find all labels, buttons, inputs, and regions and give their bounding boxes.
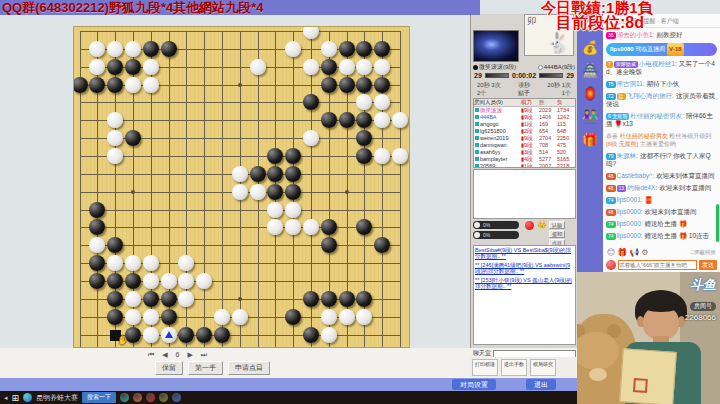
white-stone [178,291,194,307]
room-chat-box[interactable] [473,169,576,219]
black-stone [107,59,123,75]
white-stone [125,41,141,57]
black-stone [285,166,301,182]
white-stone [303,130,319,146]
chat-message: 72盐飞翔心海的旅行:这演员带着我便说 [606,92,717,108]
black-stone [356,112,372,128]
white-stone [374,94,390,110]
white-stone [374,59,390,75]
black-stone [107,309,123,325]
chat-scrollbar[interactable] [716,204,719,242]
black-stone [321,77,337,93]
black-stone [267,184,283,200]
gift-icon[interactable]: 💰 [582,41,598,55]
white-stone [125,255,141,271]
white-stone-icon [538,65,543,70]
lottery-icon[interactable] [606,260,616,270]
hoshi-point [345,190,349,194]
black-stone [250,166,266,182]
white-stone [196,273,212,289]
black-stone [89,202,105,218]
go-board[interactable]: ✋ [73,26,410,348]
rabbit-icon: 🐇 [546,31,571,55]
black-stone [125,59,141,75]
black-stone [356,130,372,146]
white-stone [178,255,194,271]
chat-message: 79朱源林:这都不行!? 你收了人家Q吗? [606,152,717,168]
black-player-avatar [473,30,519,62]
black-stone [125,273,141,289]
white-stone [232,309,248,325]
white-stone [107,148,123,164]
kifu-toolbar: 打印棋谱退出手数棋局研究 [470,357,577,378]
white-stone [285,219,301,235]
member-row[interactable]: 444BA▮9段14061242 [474,114,575,121]
white-time: 29 [566,72,574,79]
white-stone [89,237,105,253]
white-stone [143,77,159,93]
black-player-name: 微笑滚滚(9段) [479,64,516,70]
chat-message: 46llps0000:欢迎来到本直播间 [606,208,717,216]
start-button[interactable]: ⊞ [12,393,20,403]
music-toggle[interactable]: 0% [473,231,519,239]
black-stone [321,59,337,75]
black-stone [303,327,319,343]
streamer-fringe [640,298,682,312]
white-stone [107,112,123,128]
black-stone [285,184,301,200]
black-stone [161,309,177,325]
taskbar-app-icon[interactable] [120,393,129,402]
chat-input[interactable] [618,260,697,270]
chat-message: 恭喜 杜佳丽的秘密男友 粉丝等级升级到 [6级 无尾熊] 主播更爱你哟 [606,132,717,148]
room-members-table[interactable]: 房间人员(9)棋力胜负微笑滚滚▮9段20291734444BA▮9段140612… [473,98,576,168]
black-stone [89,77,105,93]
white-stone [107,130,123,146]
black-stone [89,255,105,271]
chat-message: 6 无尾熊杜佳丽的秘密男友:陪伴66主播 🌹x13 [606,112,717,128]
top-banner: QQ群(648302212)野狐九段*4其他網站九段*4 [0,0,480,15]
chat-toolbar-icon[interactable]: 🎁 [617,248,627,257]
mouse-cursor-icon: ✋ [117,335,128,345]
white-stone [143,59,159,75]
black-stone [107,237,123,253]
table-header: 胜 [539,99,557,106]
table-header: 棋力 [521,99,539,106]
black-stone [107,77,123,93]
member-row[interactable]: 20569▮1段20072218 [474,163,575,168]
taskbar-app-icon[interactable] [159,393,168,402]
taskbar-icons [120,393,181,402]
move-nav[interactable]: ⏮ ◀ 6 ▶ ⏭ [148,351,210,359]
last-move-marker [165,331,173,338]
tool-打印棋谱[interactable]: 打印棋谱 [472,359,498,376]
white-stone [339,309,355,325]
white-stone [250,59,266,75]
timer-row: 29 0:00:02 29 [471,72,577,79]
member-row[interactable]: bamplayter▮4段52775165 [474,156,575,163]
chat-toolbar-icon[interactable]: 📢 [629,248,639,257]
player-names-row: 微笑滚滚(9段) 444BA(9段) [471,63,577,72]
white-stone [267,202,283,218]
client-bottom-bar: 对局设置 退出 [0,378,577,391]
edge-icon[interactable] [23,393,32,402]
white-stone [356,59,372,75]
black-stone [143,41,159,57]
white-stone [143,327,159,343]
black-stone [143,291,159,307]
black-stone [374,237,390,253]
board-button-保留[interactable]: 保留 [155,361,183,375]
taskbar-app-icon[interactable] [133,393,142,402]
white-stone [303,59,319,75]
black-stone [321,219,337,235]
black-stone [161,41,177,57]
white-stone [178,273,194,289]
black-stone [125,130,141,146]
white-stone [143,255,159,271]
chat-message-list[interactable]: 36湖去的小鱼1:副教授好llps0080 驾临直播间 V·187荣耀助威小电视… [603,29,720,245]
black-stone [89,273,105,289]
white-player-name: 444BA(9段) [544,64,575,70]
white-stone [161,273,177,289]
chat-message: 74llps0001:🧧 [606,196,717,204]
white-stone [392,148,408,164]
vip-entry-banner: llps0080 驾临直播间 V·18 [606,43,717,56]
zodiac-label: 卯 [527,15,536,28]
black-stone [161,291,177,307]
chat-input-row: 发送 [603,258,720,272]
black-stone [321,291,337,307]
taskbar-app-icon[interactable] [146,393,155,402]
black-stone [339,77,355,93]
black-stone [285,148,301,164]
table-header: 负 [557,99,575,106]
gift-icon-strip: 🏠💰🏯🏮👫🎁 [577,14,603,272]
black-stone [339,41,355,57]
teddy-snout [589,368,607,381]
komi-right: 1个 [562,89,571,98]
game-clock: 0:00:02 [512,72,536,79]
chat-message: 74llps0000:赠送给主播 🎁 10连击 [606,232,717,240]
white-stone [89,59,105,75]
black-stone [374,77,390,93]
black-stone [267,166,283,182]
current-rank-text: 目前段位:8d [556,13,644,34]
white-stone [267,219,283,235]
room-label: 房间号 [690,302,716,311]
broadcast-link[interactable]: BestSiba#(9段) VS BestSiba$(9段)的排分数据期.. *… [475,247,574,259]
member-row[interactable]: asah6yy▮3段514520 [474,149,575,156]
room-number: 2268066 [685,313,716,322]
black-stone-icon [473,65,478,70]
board-button-申请点目[interactable]: 申请点目 [228,361,270,375]
white-stone [374,148,390,164]
teddy-head [577,332,619,370]
member-row[interactable]: 微笑滚滚▮9段20291734 [474,107,575,114]
white-stone [321,309,337,325]
tool-棋局研究[interactable]: 棋局研究 [530,359,556,376]
chat-toolbar: 😊🎁📢⚙ □屏蔽特效 [603,246,720,258]
black-stone [73,77,88,93]
taskbar-app-icon[interactable] [172,393,181,402]
black-time-bar [485,73,509,78]
black-stone [356,77,372,93]
white-stone [321,327,337,343]
black-stone [356,291,372,307]
black-stone [356,41,372,57]
windows-taskbar: ◂ ⊞ 昆明养蛙大赛 搜索一下 [0,391,577,404]
chat-message: 46Castlebaby^:欢迎来到体育直播间 [606,172,717,180]
game-settings-button[interactable]: 对局设置 [452,379,496,390]
broadcast-link[interactable]: ** [246]满腾41级吧(9段) VS aabswini(9段)的排分数据期… [475,262,574,274]
red-stone-icon [525,221,534,230]
komi-row: 2个 贴子 1个 [471,89,577,98]
white-stone [125,291,141,307]
gift-icon[interactable]: 🎁 [582,133,598,147]
white-stone [356,309,372,325]
black-stone [374,41,390,57]
game-controls: 0% 0% 👑 认输提和点目 [473,221,576,243]
chat-toolbar-icon[interactable]: 😊 [607,248,615,257]
white-stone [89,41,105,57]
black-stone [321,112,337,128]
panel-button-提和[interactable]: 提和 [549,230,565,238]
white-stone [392,112,408,128]
member-row[interactable]: danniqwan▮9段708475 [474,142,575,149]
broadcast-list[interactable]: BestSiba#(9段) VS BestSiba$(9段)的排分数据期.. *… [473,245,576,345]
white-stone [285,202,301,218]
white-stone [232,184,248,200]
black-stone [303,291,319,307]
taskbar-window-title[interactable]: 昆明养蛙大赛 [36,393,78,403]
chat-toolbar-icon[interactable]: ⚙ [641,248,648,257]
chat-message: 74llps0000:赠送给主播 🎁 [606,220,717,228]
gift-icon[interactable]: 🏮 [582,87,598,101]
banner-text: QQ群(648302212)野狐九段*4其他網站九段*4 [2,0,264,17]
komi-label: 贴子 [518,89,530,98]
black-stone [178,327,194,343]
white-stone [303,219,319,235]
block-effects-checkbox[interactable]: □屏蔽特效 [691,249,716,256]
member-row[interactable]: lg6251800▮2段654648 [474,128,575,135]
white-stone [214,309,230,325]
webcam-overlay: 斗鱼 房间号 2268066 [577,272,720,404]
table-header: 房间人员(9) [474,99,521,106]
white-stone [143,273,159,289]
white-stone [321,41,337,57]
white-stone [232,166,248,182]
black-stone [267,148,283,164]
black-stone [196,327,212,343]
resign-buttons: 认输提和点目 [549,221,565,247]
white-stone [250,184,266,200]
white-stone [143,309,159,325]
chat-message: 4613约翰de4X:欢迎来到本直播间 [606,184,717,192]
white-stone [339,59,355,75]
board-button-第一手[interactable]: 第一手 [188,361,223,375]
board-buttons: 保留第一手申请点目 [155,361,270,375]
black-stone [303,94,319,110]
crown-icon: 👑 [537,220,547,229]
sound-toggle[interactable]: 0% [473,221,519,229]
danmu-chat-panel: ♡ 关注 · 开播提醒 · 客户端 36湖去的小鱼1:副教授好llps0080 … [603,14,720,272]
gift-icon[interactable]: 👫 [582,110,598,124]
black-stone [214,327,230,343]
send-button[interactable]: 发送 [699,260,717,270]
black-stone [339,112,355,128]
member-row[interactable]: artgogo▮1段169113 [474,121,575,128]
white-stone [107,255,123,271]
game-info-panel: 卯 🐇 微笑滚滚(9段) 444BA(9段) 29 0:00:02 29 20秒… [470,14,577,348]
komi-left: 2个 [477,89,486,98]
certificate-envelope [619,348,677,404]
white-stone [285,41,301,57]
white-stone [356,94,372,110]
white-time-bar [539,73,563,78]
black-stone [356,219,372,235]
tray-chevron-icon[interactable]: ◂ [4,394,8,402]
black-stone [339,291,355,307]
black-stone [107,291,123,307]
white-stone [374,112,390,128]
black-stone [107,273,123,289]
broadcast-link[interactable]: ** [253]叶小钗(9段) VS 孤山老人(9段)的排分数据期.. ** [475,277,574,289]
gift-icon[interactable]: 🏯 [582,64,598,78]
panel-button-认输[interactable]: 认输 [549,221,565,229]
hoshi-point [238,297,242,301]
search-chip[interactable]: 搜索一下 [82,392,116,403]
hoshi-point [238,83,242,87]
white-stone [107,41,123,57]
white-stone [303,26,319,39]
hoshi-point [131,190,135,194]
douyu-logo: 斗鱼 [685,276,716,294]
stream-frame: QQ群(648302212)野狐九段*4其他網站九段*4 今日戰績:1勝1負 目… [0,0,720,404]
black-stone [89,219,105,235]
chat-message: 7荣耀助威小电视粉丝1:又买了一个4d、遂全晚饭 [606,60,717,76]
red-stamp [633,378,648,393]
black-stone [285,309,301,325]
black-stone [356,148,372,164]
tool-退出手数[interactable]: 退出手数 [501,359,527,376]
exit-button[interactable]: 退出 [526,379,556,390]
chat-message: 75黑古洞11:期待下小伙 [606,80,717,88]
member-row[interactable]: weiren2019▮9段27042250 [474,135,575,142]
douyu-watermark: 斗鱼 房间号 2268066 [685,276,716,322]
white-stone [125,77,141,93]
black-stone [321,237,337,253]
black-time: 29 [474,72,482,79]
white-stone [125,309,141,325]
